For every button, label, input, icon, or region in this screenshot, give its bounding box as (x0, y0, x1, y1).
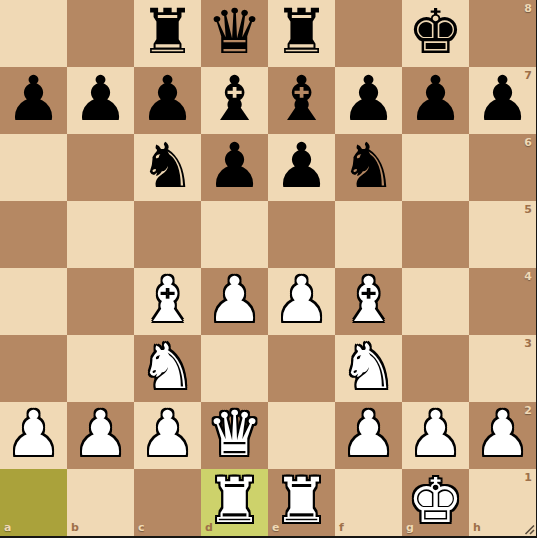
rank-label-1: 1 (524, 472, 532, 483)
white-bishop[interactable]: ♝︎ (140, 266, 196, 333)
square-c2[interactable]: ♟︎ (134, 402, 201, 469)
square-e1[interactable]: e♜︎ (268, 469, 335, 536)
square-d7[interactable]: ♝︎ (201, 67, 268, 134)
white-pawn[interactable]: ♟︎ (475, 400, 531, 467)
square-b1[interactable]: b (67, 469, 134, 536)
square-g5[interactable] (402, 201, 469, 268)
white-pawn[interactable]: ♟︎ (274, 266, 330, 333)
square-e2[interactable] (268, 402, 335, 469)
square-b2[interactable]: ♟︎ (67, 402, 134, 469)
square-e8[interactable]: ♜︎ (268, 0, 335, 67)
square-c1[interactable]: c (134, 469, 201, 536)
white-bishop[interactable]: ♝︎ (341, 266, 397, 333)
square-g2[interactable]: ♟︎ (402, 402, 469, 469)
square-a6[interactable] (0, 134, 67, 201)
square-f3[interactable]: ♞︎ (335, 335, 402, 402)
rank-label-5: 5 (524, 204, 532, 215)
rank-label-3: 3 (524, 338, 532, 349)
black-bishop[interactable]: ♝︎ (207, 65, 263, 132)
black-rook[interactable]: ♜︎ (274, 0, 330, 65)
black-queen[interactable]: ♛︎ (207, 0, 263, 65)
rank-label-6: 6 (524, 137, 532, 148)
square-d1[interactable]: d♜︎ (201, 469, 268, 536)
square-h3[interactable]: 3 (469, 335, 536, 402)
black-king[interactable]: ♚︎ (408, 0, 464, 65)
square-b3[interactable] (67, 335, 134, 402)
square-c3[interactable]: ♞︎ (134, 335, 201, 402)
black-pawn[interactable]: ♟︎ (73, 65, 129, 132)
square-f5[interactable] (335, 201, 402, 268)
square-b4[interactable] (67, 268, 134, 335)
resize-grip-lines (526, 526, 535, 535)
white-pawn[interactable]: ♟︎ (207, 266, 263, 333)
square-d5[interactable] (201, 201, 268, 268)
chess-board: ♜︎♛︎♜︎♚︎8♟︎♟︎♟︎♝︎♝︎♟︎♟︎7♟︎♞︎♟︎♟︎♞︎65♝︎♟︎… (0, 0, 536, 536)
white-queen[interactable]: ♛︎ (207, 400, 263, 467)
square-b8[interactable] (67, 0, 134, 67)
square-e3[interactable] (268, 335, 335, 402)
file-label-c: c (138, 522, 145, 533)
square-a2[interactable]: ♟︎ (0, 402, 67, 469)
white-pawn[interactable]: ♟︎ (140, 400, 196, 467)
square-g7[interactable]: ♟︎ (402, 67, 469, 134)
square-d6[interactable]: ♟︎ (201, 134, 268, 201)
square-h8[interactable]: 8 (469, 0, 536, 67)
square-f2[interactable]: ♟︎ (335, 402, 402, 469)
black-pawn[interactable]: ♟︎ (475, 65, 531, 132)
square-f1[interactable]: f (335, 469, 402, 536)
rank-label-4: 4 (524, 271, 532, 282)
square-f7[interactable]: ♟︎ (335, 67, 402, 134)
square-a5[interactable] (0, 201, 67, 268)
square-a8[interactable] (0, 0, 67, 67)
black-knight[interactable]: ♞︎ (341, 132, 397, 199)
square-e7[interactable]: ♝︎ (268, 67, 335, 134)
square-a1[interactable]: a (0, 469, 67, 536)
square-g8[interactable]: ♚︎ (402, 0, 469, 67)
file-label-a: a (4, 522, 11, 533)
rank-label-8: 8 (524, 3, 532, 14)
white-pawn[interactable]: ♟︎ (408, 400, 464, 467)
file-label-h: h (473, 522, 481, 533)
square-c8[interactable]: ♜︎ (134, 0, 201, 67)
square-a7[interactable]: ♟︎ (0, 67, 67, 134)
black-pawn[interactable]: ♟︎ (408, 65, 464, 132)
square-f8[interactable] (335, 0, 402, 67)
square-c4[interactable]: ♝︎ (134, 268, 201, 335)
square-h6[interactable]: 6 (469, 134, 536, 201)
square-a4[interactable] (0, 268, 67, 335)
white-knight[interactable]: ♞︎ (341, 333, 397, 400)
square-f4[interactable]: ♝︎ (335, 268, 402, 335)
square-d8[interactable]: ♛︎ (201, 0, 268, 67)
black-pawn[interactable]: ♟︎ (274, 132, 330, 199)
square-d3[interactable] (201, 335, 268, 402)
square-b5[interactable] (67, 201, 134, 268)
square-h7[interactable]: 7♟︎ (469, 67, 536, 134)
square-b6[interactable] (67, 134, 134, 201)
square-a3[interactable] (0, 335, 67, 402)
square-g3[interactable] (402, 335, 469, 402)
square-f6[interactable]: ♞︎ (335, 134, 402, 201)
black-pawn[interactable]: ♟︎ (341, 65, 397, 132)
white-rook[interactable]: ♜︎ (207, 467, 263, 534)
square-e4[interactable]: ♟︎ (268, 268, 335, 335)
black-pawn[interactable]: ♟︎ (140, 65, 196, 132)
square-h4[interactable]: 4 (469, 268, 536, 335)
square-g4[interactable] (402, 268, 469, 335)
file-label-f: f (339, 522, 344, 533)
black-bishop[interactable]: ♝︎ (274, 65, 330, 132)
file-label-b: b (71, 522, 79, 533)
square-h5[interactable]: 5 (469, 201, 536, 268)
board-resize-handle-icon[interactable] (523, 523, 535, 535)
square-g6[interactable] (402, 134, 469, 201)
square-h2[interactable]: 2♟︎ (469, 402, 536, 469)
square-e6[interactable]: ♟︎ (268, 134, 335, 201)
square-d2[interactable]: ♛︎ (201, 402, 268, 469)
square-d4[interactable]: ♟︎ (201, 268, 268, 335)
board-frame: ♜︎♛︎♜︎♚︎8♟︎♟︎♟︎♝︎♝︎♟︎♟︎7♟︎♞︎♟︎♟︎♞︎65♝︎♟︎… (0, 0, 537, 538)
white-knight[interactable]: ♞︎ (140, 333, 196, 400)
square-g1[interactable]: g♚︎ (402, 469, 469, 536)
white-pawn[interactable]: ♟︎ (6, 400, 62, 467)
black-rook[interactable]: ♜︎ (140, 0, 196, 65)
square-c6[interactable]: ♞︎ (134, 134, 201, 201)
square-e5[interactable] (268, 201, 335, 268)
square-c7[interactable]: ♟︎ (134, 67, 201, 134)
square-b7[interactable]: ♟︎ (67, 67, 134, 134)
black-pawn[interactable]: ♟︎ (207, 132, 263, 199)
square-c5[interactable] (134, 201, 201, 268)
white-pawn[interactable]: ♟︎ (341, 400, 397, 467)
black-knight[interactable]: ♞︎ (140, 132, 196, 199)
white-pawn[interactable]: ♟︎ (73, 400, 129, 467)
white-rook[interactable]: ♜︎ (274, 467, 330, 534)
black-pawn[interactable]: ♟︎ (6, 65, 62, 132)
white-king[interactable]: ♚︎ (408, 467, 464, 534)
